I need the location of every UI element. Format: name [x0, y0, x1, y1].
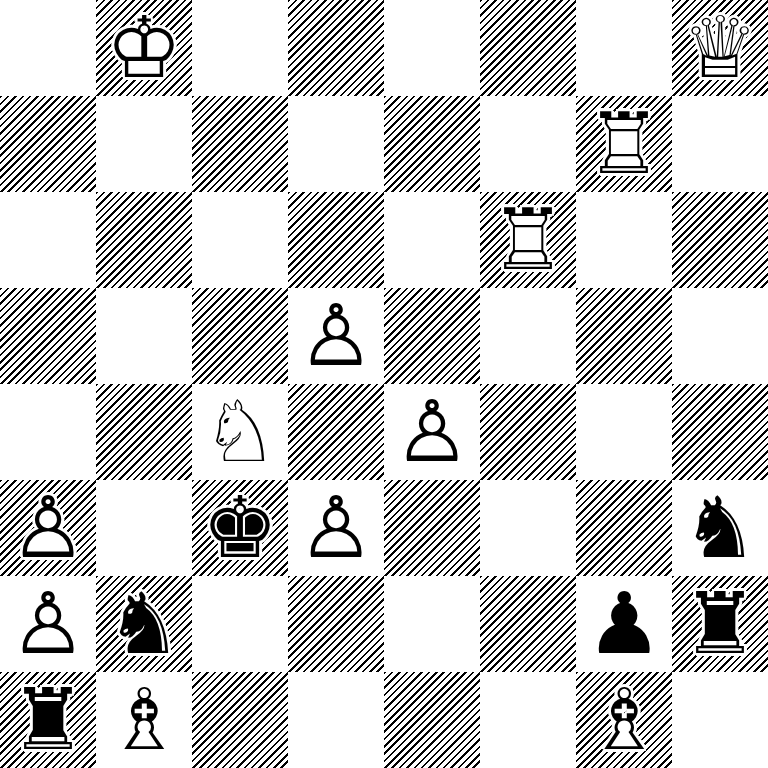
square-c8[interactable] — [192, 0, 288, 96]
square-c2[interactable] — [192, 576, 288, 672]
piece-white-rook[interactable]: ♜♖ — [576, 96, 672, 192]
square-f4[interactable] — [480, 384, 576, 480]
white-rook-glyph: ♖ — [480, 192, 576, 288]
white-rook-glyph: ♖ — [576, 96, 672, 192]
piece-white-bishop[interactable]: ♝♗ — [96, 672, 192, 768]
white-bishop-glyph: ♗ — [96, 672, 192, 768]
square-c6[interactable] — [192, 192, 288, 288]
square-e2[interactable] — [384, 576, 480, 672]
piece-black-knight[interactable]: ♞♞ — [96, 576, 192, 672]
square-a3[interactable]: ♟♙ — [0, 480, 96, 576]
black-rook-glyph: ♜ — [0, 672, 96, 768]
square-d6[interactable] — [288, 192, 384, 288]
square-a1[interactable]: ♜♜ — [0, 672, 96, 768]
square-a6[interactable] — [0, 192, 96, 288]
piece-black-knight[interactable]: ♞♞ — [672, 480, 768, 576]
square-d5[interactable]: ♟♙ — [288, 288, 384, 384]
square-h5[interactable] — [672, 288, 768, 384]
square-e5[interactable] — [384, 288, 480, 384]
square-d7[interactable] — [288, 96, 384, 192]
square-f5[interactable] — [480, 288, 576, 384]
square-e3[interactable] — [384, 480, 480, 576]
square-h8[interactable]: ♛♕ — [672, 0, 768, 96]
square-f8[interactable] — [480, 0, 576, 96]
square-g4[interactable] — [576, 384, 672, 480]
square-a8[interactable] — [0, 0, 96, 96]
square-e6[interactable] — [384, 192, 480, 288]
square-f6[interactable]: ♜♖ — [480, 192, 576, 288]
white-knight-glyph: ♘ — [192, 384, 288, 480]
chessboard: ♚♔♛♕♜♖♜♖♟♙♞♘♟♙♟♙♚♚♟♙♞♞♟♙♞♞♟♟♜♜♜♜♝♗♝♗ — [0, 0, 768, 768]
piece-white-pawn[interactable]: ♟♙ — [288, 480, 384, 576]
white-pawn-glyph: ♙ — [0, 480, 96, 576]
white-king-glyph: ♔ — [96, 0, 192, 96]
white-pawn-glyph: ♙ — [0, 576, 96, 672]
piece-white-bishop[interactable]: ♝♗ — [576, 672, 672, 768]
white-pawn-glyph: ♙ — [384, 384, 480, 480]
piece-black-king[interactable]: ♚♚ — [192, 480, 288, 576]
square-b8[interactable]: ♚♔ — [96, 0, 192, 96]
black-king-glyph: ♚ — [192, 480, 288, 576]
white-bishop-glyph: ♗ — [576, 672, 672, 768]
square-e1[interactable] — [384, 672, 480, 768]
square-e4[interactable]: ♟♙ — [384, 384, 480, 480]
square-b4[interactable] — [96, 384, 192, 480]
black-knight-glyph: ♞ — [96, 576, 192, 672]
piece-black-pawn[interactable]: ♟♟ — [576, 576, 672, 672]
piece-white-pawn[interactable]: ♟♙ — [0, 480, 96, 576]
square-b2[interactable]: ♞♞ — [96, 576, 192, 672]
piece-black-rook[interactable]: ♜♜ — [0, 672, 96, 768]
piece-white-pawn[interactable]: ♟♙ — [0, 576, 96, 672]
piece-white-rook[interactable]: ♜♖ — [480, 192, 576, 288]
square-c5[interactable] — [192, 288, 288, 384]
square-c1[interactable] — [192, 672, 288, 768]
white-pawn-glyph: ♙ — [288, 288, 384, 384]
square-b1[interactable]: ♝♗ — [96, 672, 192, 768]
square-g6[interactable] — [576, 192, 672, 288]
square-d8[interactable] — [288, 0, 384, 96]
square-h6[interactable] — [672, 192, 768, 288]
square-c3[interactable]: ♚♚ — [192, 480, 288, 576]
square-e7[interactable] — [384, 96, 480, 192]
square-h3[interactable]: ♞♞ — [672, 480, 768, 576]
square-f7[interactable] — [480, 96, 576, 192]
square-d2[interactable] — [288, 576, 384, 672]
square-b3[interactable] — [96, 480, 192, 576]
square-h7[interactable] — [672, 96, 768, 192]
piece-white-knight[interactable]: ♞♘ — [192, 384, 288, 480]
piece-white-king[interactable]: ♚♔ — [96, 0, 192, 96]
square-h2[interactable]: ♜♜ — [672, 576, 768, 672]
square-a5[interactable] — [0, 288, 96, 384]
piece-white-pawn[interactable]: ♟♙ — [384, 384, 480, 480]
square-h4[interactable] — [672, 384, 768, 480]
square-g3[interactable] — [576, 480, 672, 576]
square-g7[interactable]: ♜♖ — [576, 96, 672, 192]
square-g1[interactable]: ♝♗ — [576, 672, 672, 768]
black-rook-glyph: ♜ — [672, 576, 768, 672]
black-pawn-glyph: ♟ — [576, 576, 672, 672]
white-queen-glyph: ♕ — [672, 0, 768, 96]
square-b6[interactable] — [96, 192, 192, 288]
square-d1[interactable] — [288, 672, 384, 768]
square-d3[interactable]: ♟♙ — [288, 480, 384, 576]
square-a4[interactable] — [0, 384, 96, 480]
square-d4[interactable] — [288, 384, 384, 480]
square-g5[interactable] — [576, 288, 672, 384]
square-e8[interactable] — [384, 0, 480, 96]
piece-black-rook[interactable]: ♜♜ — [672, 576, 768, 672]
square-g8[interactable] — [576, 0, 672, 96]
square-f2[interactable] — [480, 576, 576, 672]
square-g2[interactable]: ♟♟ — [576, 576, 672, 672]
square-c4[interactable]: ♞♘ — [192, 384, 288, 480]
square-b5[interactable] — [96, 288, 192, 384]
square-h1[interactable] — [672, 672, 768, 768]
square-b7[interactable] — [96, 96, 192, 192]
white-pawn-glyph: ♙ — [288, 480, 384, 576]
square-c7[interactable] — [192, 96, 288, 192]
piece-white-queen[interactable]: ♛♕ — [672, 0, 768, 96]
piece-white-pawn[interactable]: ♟♙ — [288, 288, 384, 384]
square-a7[interactable] — [0, 96, 96, 192]
square-f3[interactable] — [480, 480, 576, 576]
square-f1[interactable] — [480, 672, 576, 768]
black-knight-glyph: ♞ — [672, 480, 768, 576]
square-a2[interactable]: ♟♙ — [0, 576, 96, 672]
